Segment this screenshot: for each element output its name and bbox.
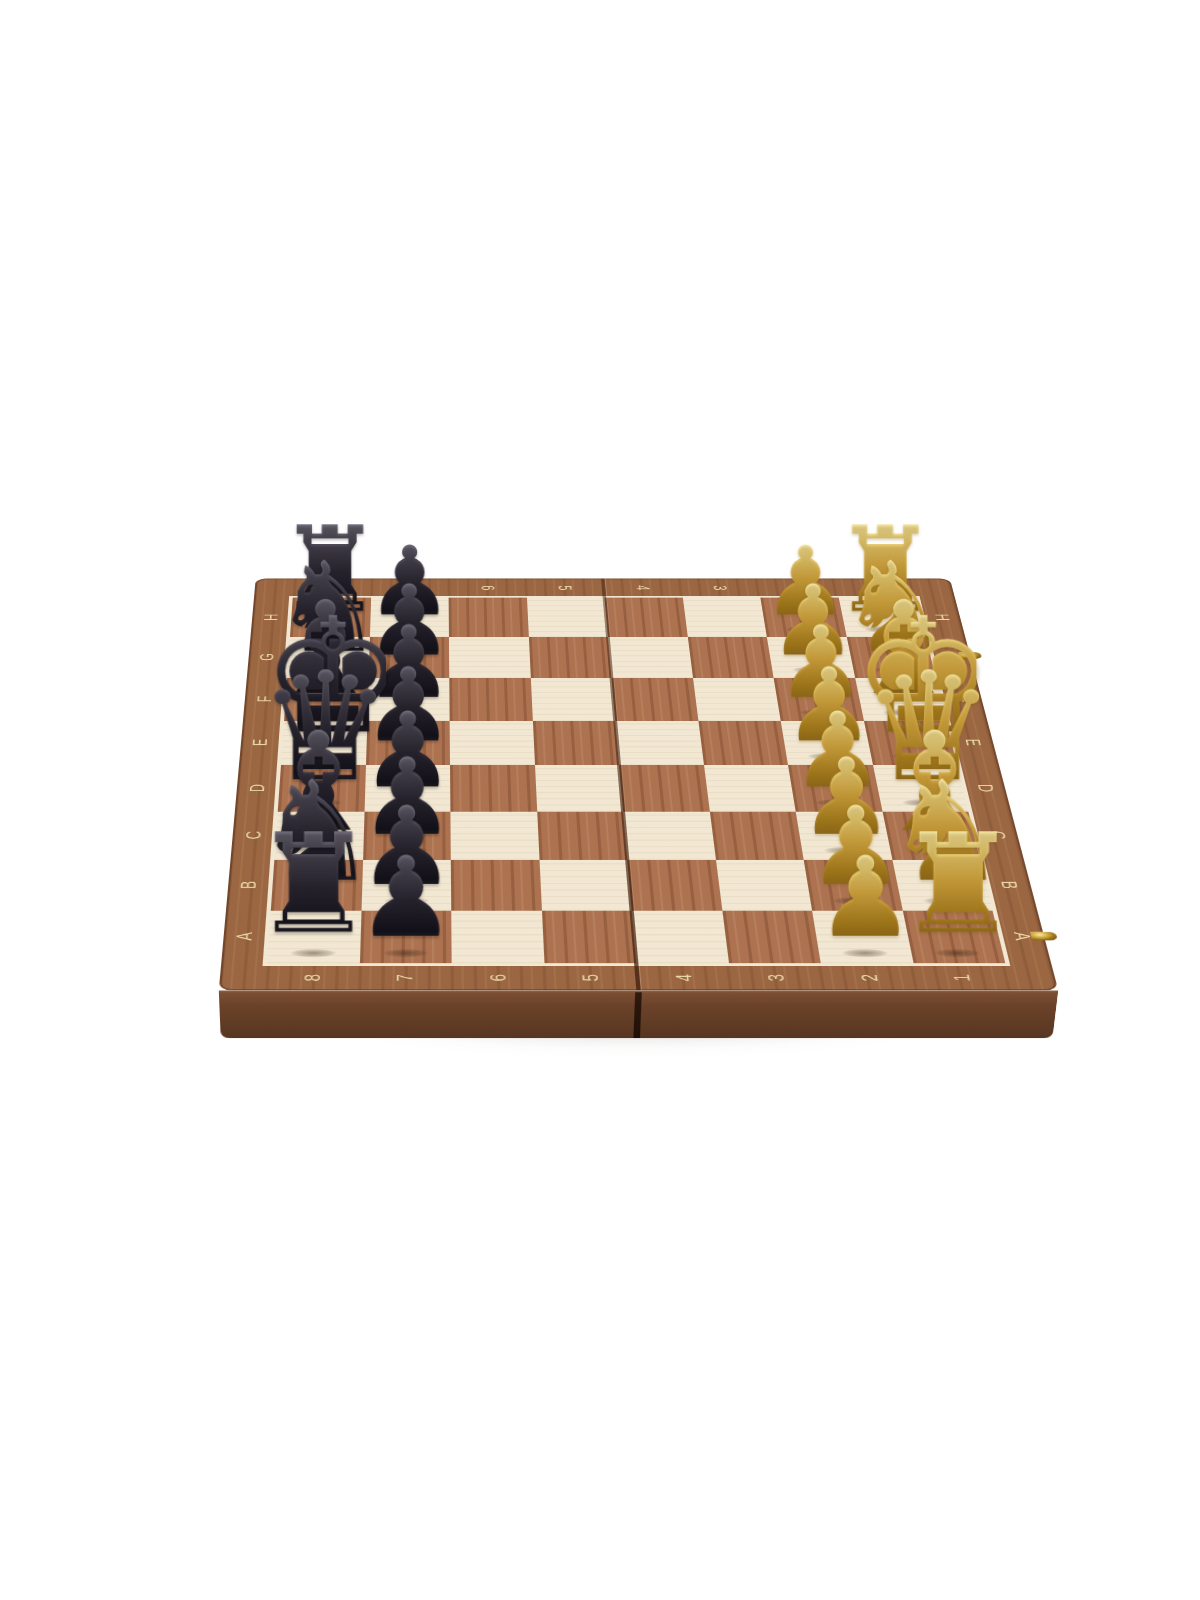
square-g6: [449, 637, 530, 678]
square-h3: [682, 598, 766, 637]
board-side-face: [219, 990, 1059, 1038]
black-p-glyph: ♟: [338, 842, 474, 953]
rank-label: 4: [603, 579, 682, 595]
square-f5: [530, 678, 615, 721]
square-g2: [767, 637, 855, 678]
square-f3: [693, 678, 781, 721]
chessboard-scene: 87654321 87654321 HGFEDCBA HGFEDCBA ♜♟♟♜…: [0, 0, 1200, 1600]
chess-board: 87654321 87654321 HGFEDCBA HGFEDCBA ♜♟♟♜…: [219, 579, 1059, 991]
square-h8: [290, 598, 371, 637]
piece-black-pawn-a7: ♟: [359, 910, 451, 963]
square-h7: [369, 598, 448, 637]
square-g5: [528, 637, 611, 678]
fold-seam-side: [633, 992, 641, 1038]
rank-label: 6: [448, 579, 526, 595]
square-e5: [532, 721, 619, 765]
square-e4: [615, 721, 703, 765]
square-h6: [449, 598, 529, 637]
piece-gold-rook-a1: ♜: [902, 910, 1005, 963]
rank-label: 3: [680, 579, 760, 595]
rank-label: 5: [526, 579, 605, 595]
file-label: H: [252, 598, 289, 637]
square-g3: [687, 637, 773, 678]
square-g4: [608, 637, 693, 678]
square-h4: [604, 598, 687, 637]
square-h2: [760, 598, 846, 637]
square-f4: [611, 678, 697, 721]
square-h1: [838, 598, 926, 637]
rank-label: 2: [757, 579, 838, 595]
gold-r-glyph: ♜: [890, 816, 1026, 953]
rank-label: 8: [293, 579, 371, 595]
product-photo-canvas: 87654321 87654321 HGFEDCBA HGFEDCBA ♜♟♟♜…: [0, 0, 1200, 1600]
rank-label: 7: [371, 579, 449, 595]
logo-stamp: [870, 581, 897, 594]
square-h5: [527, 598, 608, 637]
